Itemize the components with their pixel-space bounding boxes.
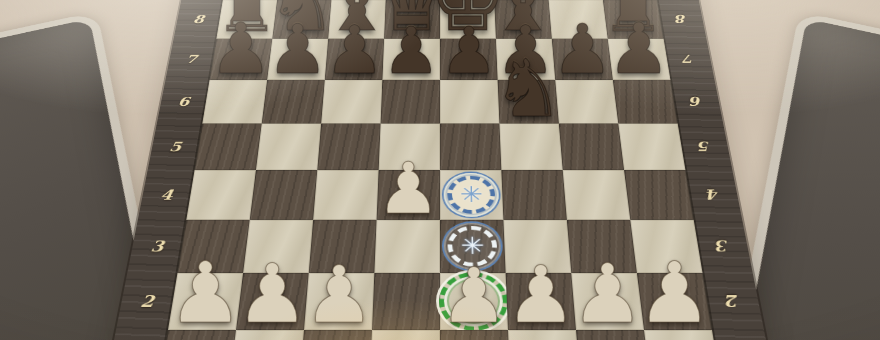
rank-label-left-3: 3 <box>149 237 165 254</box>
square-h4[interactable] <box>624 170 694 220</box>
rank-label-left-4: 4 <box>159 187 174 203</box>
rank-label-right-5: 5 <box>697 139 711 154</box>
rank-label-left-5: 5 <box>168 139 182 154</box>
rank-label-right-4: 4 <box>706 187 721 203</box>
rank-label-right-7: 7 <box>682 52 695 65</box>
square-d6[interactable] <box>381 80 440 124</box>
square-c6[interactable] <box>321 80 382 124</box>
rank-label-right-2: 2 <box>725 292 741 310</box>
square-d4[interactable] <box>377 170 440 220</box>
square-g3[interactable] <box>567 220 637 273</box>
square-a5[interactable] <box>195 124 262 171</box>
compass-star-icon: ✳ <box>444 173 500 217</box>
square-g4[interactable] <box>563 170 631 220</box>
square-g1[interactable] <box>576 330 652 340</box>
square-d2[interactable] <box>372 273 440 330</box>
square-d7[interactable] <box>382 39 440 80</box>
square-g2[interactable] <box>571 273 644 330</box>
square-e6[interactable] <box>440 80 499 124</box>
rank-label-left-6: 6 <box>177 94 191 108</box>
square-c5[interactable] <box>317 124 380 171</box>
square-e5[interactable] <box>440 124 501 171</box>
square-f6[interactable] <box>498 80 559 124</box>
square-a6[interactable] <box>202 80 267 124</box>
square-g5[interactable] <box>559 124 624 171</box>
square-f3[interactable] <box>503 220 571 273</box>
chess-3d-scene: ✳✳ 87654328765432 ♜♞♝♛♚♝♜♟♟♟♟♟♟♟♟♞♟♟♟♟♟♟… <box>0 0 880 340</box>
square-e1[interactable] <box>440 330 511 340</box>
square-g8[interactable] <box>549 0 608 39</box>
square-a7[interactable] <box>210 39 273 80</box>
square-h6[interactable] <box>613 80 678 124</box>
square-c3[interactable] <box>309 220 377 273</box>
square-c4[interactable] <box>313 170 378 220</box>
chess-board: ✳✳ 87654328765432 <box>94 0 786 340</box>
square-e2[interactable] <box>440 273 508 330</box>
square-g7[interactable] <box>552 39 613 80</box>
square-a2[interactable] <box>168 273 243 330</box>
square-b6[interactable] <box>262 80 325 124</box>
compass-star-icon: ✳ <box>444 223 502 270</box>
square-a3[interactable] <box>177 220 249 273</box>
square-b1[interactable] <box>228 330 304 340</box>
rank-label-left-2: 2 <box>139 292 155 310</box>
square-f7[interactable] <box>496 39 555 80</box>
square-h5[interactable] <box>618 124 685 171</box>
square-h3[interactable] <box>630 220 702 273</box>
square-e4[interactable]: ✳ <box>440 170 503 220</box>
square-b8[interactable] <box>272 0 331 39</box>
square-c8[interactable] <box>328 0 386 39</box>
table-plane: ✳✳ 87654328765432 <box>0 0 880 340</box>
selected-piece-ring-e2 <box>439 272 509 331</box>
square-d5[interactable] <box>379 124 440 171</box>
square-f4[interactable] <box>501 170 566 220</box>
rank-label-left-8: 8 <box>192 13 205 26</box>
rank-label-left-7: 7 <box>185 52 198 65</box>
square-b3[interactable] <box>243 220 313 273</box>
square-b5[interactable] <box>256 124 321 171</box>
square-h8[interactable] <box>603 0 664 39</box>
square-a4[interactable] <box>186 170 256 220</box>
square-h7[interactable] <box>608 39 671 80</box>
square-d3[interactable] <box>374 220 440 273</box>
rank-label-right-8: 8 <box>675 13 688 26</box>
square-f5[interactable] <box>499 124 562 171</box>
board-squares-grid: ✳✳ <box>158 0 722 340</box>
square-d1[interactable] <box>369 330 440 340</box>
square-c2[interactable] <box>304 273 374 330</box>
square-h1[interactable] <box>644 330 722 340</box>
square-c7[interactable] <box>325 39 384 80</box>
square-f1[interactable] <box>508 330 581 340</box>
square-c1[interactable] <box>299 330 372 340</box>
move-target-indicator-e3[interactable]: ✳ <box>444 223 502 270</box>
rank-label-right-3: 3 <box>715 237 731 254</box>
square-d8[interactable] <box>384 0 440 39</box>
square-g6[interactable] <box>555 80 618 124</box>
square-h2[interactable] <box>637 273 712 330</box>
square-a1[interactable] <box>158 330 236 340</box>
square-b4[interactable] <box>250 170 318 220</box>
rank-label-right-6: 6 <box>689 94 703 108</box>
move-target-indicator-e4[interactable]: ✳ <box>444 173 500 217</box>
square-e8[interactable] <box>440 0 496 39</box>
square-f2[interactable] <box>506 273 576 330</box>
square-e7[interactable] <box>440 39 498 80</box>
square-b2[interactable] <box>236 273 309 330</box>
square-a8[interactable] <box>216 0 277 39</box>
square-b7[interactable] <box>267 39 328 80</box>
square-f8[interactable] <box>494 0 552 39</box>
square-e3[interactable]: ✳ <box>440 220 506 273</box>
